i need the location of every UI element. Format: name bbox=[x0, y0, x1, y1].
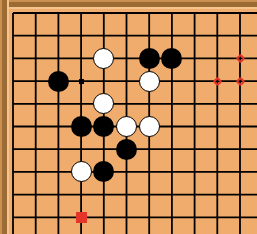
white-stone bbox=[139, 116, 160, 137]
black-stone bbox=[116, 139, 137, 160]
black-stone bbox=[48, 71, 69, 92]
go-diagram bbox=[0, 0, 257, 234]
black-stone bbox=[71, 116, 92, 137]
star-point-marker bbox=[79, 79, 84, 84]
black-stone bbox=[139, 48, 160, 69]
white-stone bbox=[71, 161, 92, 182]
white-stone bbox=[116, 116, 137, 137]
red-square-marker bbox=[76, 212, 87, 223]
white-stone bbox=[139, 71, 160, 92]
